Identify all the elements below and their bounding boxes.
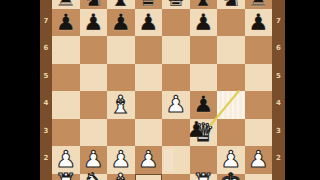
- rank-label-left-2: 2: [40, 155, 52, 162]
- square-g8[interactable]: ♞: [217, 0, 245, 9]
- square-d8[interactable]: ♛: [135, 0, 163, 9]
- square-d6[interactable]: [135, 36, 163, 64]
- square-e8[interactable]: ♚: [162, 0, 190, 9]
- square-d2[interactable]: ♟: [135, 146, 163, 174]
- square-h8[interactable]: ♜: [245, 0, 273, 9]
- square-h4[interactable]: [245, 91, 273, 119]
- square-d5[interactable]: [135, 64, 163, 92]
- rank-label-right-7: 7: [272, 18, 285, 25]
- square-g1[interactable]: ♚: [217, 174, 245, 180]
- square-b5[interactable]: [80, 64, 108, 92]
- square-f4[interactable]: ♟: [190, 91, 218, 119]
- square-a3[interactable]: [52, 119, 80, 147]
- square-b1[interactable]: ♞: [80, 174, 108, 180]
- square-h7[interactable]: ♟: [245, 9, 273, 37]
- square-h5[interactable]: [245, 64, 273, 92]
- white-pawn-d2[interactable]: ♟: [135, 146, 163, 174]
- square-c4[interactable]: ♝: [107, 91, 135, 119]
- square-a5[interactable]: [52, 64, 80, 92]
- black-pawn-a7[interactable]: ♟: [52, 9, 80, 37]
- white-bishop-c4[interactable]: ♝: [107, 91, 135, 119]
- rank-labels-right: 765432: [272, 0, 285, 180]
- square-g6[interactable]: [217, 36, 245, 64]
- square-e3[interactable]: [162, 119, 190, 147]
- rank-label-right-4: 4: [272, 100, 285, 107]
- square-g7[interactable]: [217, 9, 245, 37]
- square-c7[interactable]: ♟: [107, 9, 135, 37]
- square-f7[interactable]: ♟: [190, 9, 218, 37]
- rank-label-right-5: 5: [272, 73, 285, 80]
- black-pawn-c7[interactable]: ♟: [107, 9, 135, 37]
- square-h2[interactable]: ♟: [245, 146, 273, 174]
- square-e6[interactable]: [162, 36, 190, 64]
- chess-board[interactable]: ♜♞♝♛♚♝♞♜♟♟♟♟♟♟♝♟♟♛♟♟♟♟♟♟♜♞♝♜♚: [52, 0, 272, 180]
- square-f3[interactable]: ♛: [190, 119, 218, 147]
- rank-label-right-6: 6: [272, 45, 285, 52]
- white-rook-f1[interactable]: ♜: [190, 169, 218, 180]
- square-d4[interactable]: [135, 91, 163, 119]
- square-c1[interactable]: ♝: [107, 174, 135, 180]
- black-pawn-f7[interactable]: ♟: [190, 9, 218, 37]
- black-knight-g8[interactable]: ♞: [217, 0, 245, 12]
- white-pawn-e4[interactable]: ♟: [162, 91, 190, 119]
- square-e7[interactable]: [162, 9, 190, 37]
- black-pawn-h7[interactable]: ♟: [245, 9, 273, 37]
- white-queen-f3[interactable]: ♛: [190, 119, 218, 147]
- square-a6[interactable]: [52, 36, 80, 64]
- black-pawn-f4[interactable]: ♟: [190, 91, 218, 119]
- square-e5[interactable]: [162, 64, 190, 92]
- square-b4[interactable]: [80, 91, 108, 119]
- square-f1[interactable]: ♜: [190, 174, 218, 180]
- square-b7[interactable]: ♟: [80, 9, 108, 37]
- square-c6[interactable]: [107, 36, 135, 64]
- square-d3[interactable]: [135, 119, 163, 147]
- white-knight-b1[interactable]: ♞: [80, 169, 108, 180]
- rank-label-left-6: 6: [40, 45, 52, 52]
- square-c8[interactable]: ♝: [107, 0, 135, 9]
- square-g4[interactable]: [217, 91, 245, 119]
- rank-label-left-7: 7: [40, 18, 52, 25]
- rank-label-left-4: 4: [40, 100, 52, 107]
- white-bishop-c1[interactable]: ♝: [107, 169, 135, 180]
- rank-label-right-2: 2: [272, 155, 285, 162]
- black-pawn-b7[interactable]: ♟: [80, 9, 108, 37]
- square-a7[interactable]: ♟: [52, 9, 80, 37]
- square-h1[interactable]: [245, 174, 273, 180]
- square-g3[interactable]: [217, 119, 245, 147]
- square-f5[interactable]: [190, 64, 218, 92]
- square-a1[interactable]: ♜: [52, 174, 80, 180]
- square-h6[interactable]: [245, 36, 273, 64]
- video-frame: 765432 765432 ♜♞♝♛♚♝♞♜♟♟♟♟♟♟♝♟♟♛♟♟♟♟♟♟♜♞…: [0, 0, 320, 180]
- square-g5[interactable]: [217, 64, 245, 92]
- square-f6[interactable]: [190, 36, 218, 64]
- square-f8[interactable]: ♝: [190, 0, 218, 9]
- square-c3[interactable]: [107, 119, 135, 147]
- rank-label-left-3: 3: [40, 128, 52, 135]
- square-a8[interactable]: ♜: [52, 0, 80, 9]
- square-e4[interactable]: ♟: [162, 91, 190, 119]
- rank-label-left-5: 5: [40, 73, 52, 80]
- square-a4[interactable]: [52, 91, 80, 119]
- square-b8[interactable]: ♞: [80, 0, 108, 9]
- square-e1[interactable]: [162, 174, 190, 180]
- white-rook-a1[interactable]: ♜: [52, 169, 80, 180]
- black-king-e8[interactable]: ♚: [162, 0, 190, 12]
- rank-label-right-3: 3: [272, 128, 285, 135]
- white-pawn-h2[interactable]: ♟: [245, 146, 273, 174]
- square-b6[interactable]: [80, 36, 108, 64]
- rank-labels-left: 765432: [40, 0, 52, 180]
- square-d1[interactable]: [135, 174, 163, 180]
- square-d7[interactable]: ♟: [135, 9, 163, 37]
- square-e2[interactable]: [162, 146, 190, 174]
- square-c5[interactable]: [107, 64, 135, 92]
- black-pawn-d7[interactable]: ♟: [135, 9, 163, 37]
- square-h3[interactable]: [245, 119, 273, 147]
- white-king-g1[interactable]: ♚: [217, 169, 245, 180]
- square-b3[interactable]: [80, 119, 108, 147]
